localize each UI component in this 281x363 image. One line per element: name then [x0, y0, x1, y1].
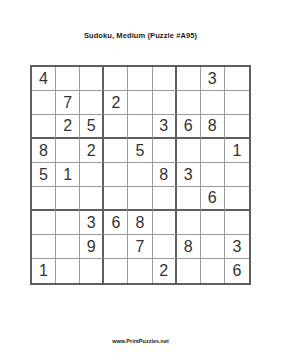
cell-r3c6: 3 [153, 115, 177, 139]
cell-r3c7: 6 [177, 115, 201, 139]
cell-r5c6: 8 [153, 163, 177, 187]
cell-r3c3: 5 [80, 115, 104, 139]
cell-r1c8: 3 [201, 67, 225, 91]
cell-r4c1: 8 [32, 139, 56, 163]
cell-r6c7 [177, 187, 201, 211]
cell-r9c5 [128, 259, 152, 283]
cell-r3c8: 8 [201, 115, 225, 139]
sudoku-grid: 4372253688251518363689783126 [30, 65, 251, 285]
cell-r9c9: 6 [225, 259, 249, 283]
cell-r7c6 [153, 211, 177, 235]
cell-r2c4: 2 [104, 91, 128, 115]
cell-r9c6: 2 [153, 259, 177, 283]
cell-r6c4 [104, 187, 128, 211]
cell-r8c1 [32, 235, 56, 259]
cell-r8c8 [201, 235, 225, 259]
cell-r2c5 [128, 91, 152, 115]
cell-r7c5: 8 [128, 211, 152, 235]
page: Sudoku, Medium (Puzzle #A95) 43722536882… [0, 0, 281, 363]
cell-r4c2 [56, 139, 80, 163]
cell-r5c4 [104, 163, 128, 187]
cell-r7c9 [225, 211, 249, 235]
cell-r1c4 [104, 67, 128, 91]
cell-r6c3 [80, 187, 104, 211]
cell-r7c2 [56, 211, 80, 235]
cell-r4c6 [153, 139, 177, 163]
cell-r9c7 [177, 259, 201, 283]
cell-r4c3: 2 [80, 139, 104, 163]
cell-r9c3 [80, 259, 104, 283]
cell-r4c8 [201, 139, 225, 163]
cell-r4c4 [104, 139, 128, 163]
cell-r1c6 [153, 67, 177, 91]
cell-r2c3 [80, 91, 104, 115]
cell-r9c2 [56, 259, 80, 283]
cell-r1c3 [80, 67, 104, 91]
cell-r8c7: 8 [177, 235, 201, 259]
cell-r8c6 [153, 235, 177, 259]
cell-r6c6 [153, 187, 177, 211]
cell-r1c1: 4 [32, 67, 56, 91]
cell-r9c4 [104, 259, 128, 283]
cell-r9c8 [201, 259, 225, 283]
cell-r5c1: 5 [32, 163, 56, 187]
cell-r1c2 [56, 67, 80, 91]
cell-r1c5 [128, 67, 152, 91]
cell-r3c4 [104, 115, 128, 139]
cell-r1c9 [225, 67, 249, 91]
cell-r2c8 [201, 91, 225, 115]
cell-r7c8 [201, 211, 225, 235]
cell-r3c9 [225, 115, 249, 139]
cell-r6c2 [56, 187, 80, 211]
cell-r9c1: 1 [32, 259, 56, 283]
cell-r4c9: 1 [225, 139, 249, 163]
cell-r7c3: 3 [80, 211, 104, 235]
cell-r7c1 [32, 211, 56, 235]
cell-r1c7 [177, 67, 201, 91]
cell-r6c8: 6 [201, 187, 225, 211]
puzzle-title: Sudoku, Medium (Puzzle #A95) [0, 31, 281, 40]
cell-r7c7 [177, 211, 201, 235]
cell-r5c2: 1 [56, 163, 80, 187]
cell-r2c7 [177, 91, 201, 115]
cell-r6c5 [128, 187, 152, 211]
cell-r5c5 [128, 163, 152, 187]
cell-r8c5: 7 [128, 235, 152, 259]
cell-r2c6 [153, 91, 177, 115]
footer-url: www.PrintPuzzles.net [0, 338, 281, 344]
cell-r8c3: 9 [80, 235, 104, 259]
cell-r8c9: 3 [225, 235, 249, 259]
cell-r3c2: 2 [56, 115, 80, 139]
cell-r2c2: 7 [56, 91, 80, 115]
cell-r5c3 [80, 163, 104, 187]
cell-r6c9 [225, 187, 249, 211]
cell-r7c4: 6 [104, 211, 128, 235]
cell-r8c2 [56, 235, 80, 259]
cell-r3c1 [32, 115, 56, 139]
cell-r5c7: 3 [177, 163, 201, 187]
cell-r5c8 [201, 163, 225, 187]
cell-r3c5 [128, 115, 152, 139]
cell-r5c9 [225, 163, 249, 187]
cell-r6c1 [32, 187, 56, 211]
cell-r4c7 [177, 139, 201, 163]
cell-r8c4 [104, 235, 128, 259]
cell-r4c5: 5 [128, 139, 152, 163]
cell-r2c9 [225, 91, 249, 115]
cell-r2c1 [32, 91, 56, 115]
